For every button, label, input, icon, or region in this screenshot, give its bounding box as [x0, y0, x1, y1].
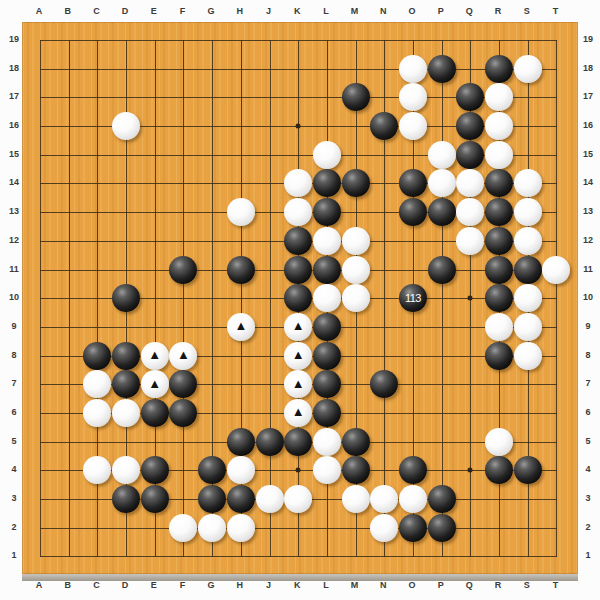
- col-label-bottom-M: M: [351, 580, 359, 590]
- row-label-left-1: 1: [11, 550, 16, 560]
- col-label-top-R: R: [495, 6, 502, 16]
- stone-black-L11[interactable]: [313, 256, 341, 284]
- stone-black-N16[interactable]: [370, 112, 398, 140]
- stone-white-S9[interactable]: [514, 313, 542, 341]
- col-label-top-T: T: [553, 6, 559, 16]
- triangle-mark: ▲: [177, 348, 190, 361]
- stone-black-K11[interactable]: [284, 256, 312, 284]
- row-label-right-10: 10: [583, 292, 593, 302]
- stone-white-D16[interactable]: [112, 112, 140, 140]
- stone-white-S13[interactable]: [514, 198, 542, 226]
- stone-white-L5[interactable]: [313, 428, 341, 456]
- row-label-left-10: 10: [9, 292, 19, 302]
- col-label-bottom-G: G: [208, 580, 215, 590]
- row-label-left-16: 16: [9, 120, 19, 130]
- star-point-K16: [296, 124, 301, 129]
- row-label-right-8: 8: [585, 350, 590, 360]
- col-label-bottom-S: S: [524, 580, 530, 590]
- stone-white-H4[interactable]: [227, 456, 255, 484]
- row-label-right-9: 9: [585, 321, 590, 331]
- stone-black-S4[interactable]: [514, 456, 542, 484]
- col-label-bottom-T: T: [553, 580, 559, 590]
- row-label-right-12: 12: [583, 235, 593, 245]
- stone-white-L4[interactable]: [313, 456, 341, 484]
- col-label-top-L: L: [323, 6, 329, 16]
- stone-black-Q17[interactable]: [456, 83, 484, 111]
- stone-black-D10[interactable]: [112, 284, 140, 312]
- col-label-bottom-O: O: [408, 580, 415, 590]
- stone-black-L6[interactable]: [313, 399, 341, 427]
- stone-white-K3[interactable]: [284, 485, 312, 513]
- col-label-top-H: H: [237, 6, 244, 16]
- stone-white-G2[interactable]: [198, 514, 226, 542]
- stone-white-R15[interactable]: [485, 141, 513, 169]
- triangle-mark: ▲: [292, 405, 305, 418]
- row-label-left-12: 12: [9, 235, 19, 245]
- col-label-top-F: F: [180, 6, 186, 16]
- stone-black-L14[interactable]: [313, 169, 341, 197]
- row-label-left-6: 6: [11, 407, 16, 417]
- stone-white-R17[interactable]: [485, 83, 513, 111]
- row-label-left-13: 13: [9, 206, 19, 216]
- row-label-left-2: 2: [11, 522, 16, 532]
- stone-black-M5[interactable]: [342, 428, 370, 456]
- col-label-bottom-P: P: [438, 580, 444, 590]
- grid-line-horizontal: [40, 528, 557, 529]
- stone-white-K14[interactable]: [284, 169, 312, 197]
- stone-black-C8[interactable]: [83, 342, 111, 370]
- col-label-bottom-K: K: [294, 580, 301, 590]
- stone-black-J5[interactable]: [256, 428, 284, 456]
- grid-line-vertical: [556, 40, 557, 557]
- stone-white-Q14[interactable]: [456, 169, 484, 197]
- stone-white-K8[interactable]: ▲: [284, 342, 312, 370]
- row-label-right-17: 17: [583, 91, 593, 101]
- col-label-bottom-D: D: [122, 580, 129, 590]
- go-game-screenshot: 113▲▲▲▲▲▲▲▲ AABBCCDDEEFFGGHHJJKKLLMMNNOO…: [0, 0, 600, 600]
- stone-white-H9[interactable]: ▲: [227, 313, 255, 341]
- stone-white-P15[interactable]: [428, 141, 456, 169]
- stone-black-P3[interactable]: [428, 485, 456, 513]
- row-label-left-9: 9: [11, 321, 16, 331]
- stone-white-R5[interactable]: [485, 428, 513, 456]
- stone-black-G3[interactable]: [198, 485, 226, 513]
- col-label-top-A: A: [36, 6, 43, 16]
- stone-black-O10[interactable]: 113: [399, 284, 427, 312]
- stone-white-F2[interactable]: [169, 514, 197, 542]
- stone-black-R10[interactable]: [485, 284, 513, 312]
- col-label-top-N: N: [380, 6, 387, 16]
- stone-white-J3[interactable]: [256, 485, 284, 513]
- stone-black-K5[interactable]: [284, 428, 312, 456]
- stone-white-O16[interactable]: [399, 112, 427, 140]
- stone-white-N3[interactable]: [370, 485, 398, 513]
- col-label-bottom-F: F: [180, 580, 186, 590]
- stone-white-P14[interactable]: [428, 169, 456, 197]
- stone-black-R11[interactable]: [485, 256, 513, 284]
- triangle-mark: ▲: [148, 377, 161, 390]
- stone-white-O18[interactable]: [399, 55, 427, 83]
- row-label-right-2: 2: [585, 522, 590, 532]
- stone-white-R16[interactable]: [485, 112, 513, 140]
- col-label-top-G: G: [208, 6, 215, 16]
- stone-black-L7[interactable]: [313, 370, 341, 398]
- row-label-right-7: 7: [585, 378, 590, 388]
- stone-black-H11[interactable]: [227, 256, 255, 284]
- triangle-mark: ▲: [292, 348, 305, 361]
- stone-white-D6[interactable]: [112, 399, 140, 427]
- stone-white-F8[interactable]: ▲: [169, 342, 197, 370]
- stone-black-M4[interactable]: [342, 456, 370, 484]
- stone-black-D7[interactable]: [112, 370, 140, 398]
- row-label-right-16: 16: [583, 120, 593, 130]
- row-label-left-11: 11: [9, 264, 19, 274]
- star-point-Q4: [468, 468, 473, 473]
- stone-white-M12[interactable]: [342, 227, 370, 255]
- stone-white-Q12[interactable]: [456, 227, 484, 255]
- row-label-left-3: 3: [11, 493, 16, 503]
- stone-white-C4[interactable]: [83, 456, 111, 484]
- star-point-K4: [296, 468, 301, 473]
- stone-black-R18[interactable]: [485, 55, 513, 83]
- stone-black-H5[interactable]: [227, 428, 255, 456]
- stone-white-K6[interactable]: ▲: [284, 399, 312, 427]
- stone-black-R8[interactable]: [485, 342, 513, 370]
- stone-black-P13[interactable]: [428, 198, 456, 226]
- row-label-right-4: 4: [585, 464, 590, 474]
- stone-white-S8[interactable]: [514, 342, 542, 370]
- stone-white-K7[interactable]: ▲: [284, 370, 312, 398]
- col-label-top-O: O: [408, 6, 415, 16]
- stone-black-Q15[interactable]: [456, 141, 484, 169]
- stone-white-M11[interactable]: [342, 256, 370, 284]
- col-label-bottom-C: C: [93, 580, 100, 590]
- stone-black-O4[interactable]: [399, 456, 427, 484]
- triangle-mark: ▲: [292, 319, 305, 332]
- stone-white-Q13[interactable]: [456, 198, 484, 226]
- stone-white-K9[interactable]: ▲: [284, 313, 312, 341]
- stone-black-F6[interactable]: [169, 399, 197, 427]
- row-label-left-4: 4: [11, 464, 16, 474]
- stone-black-H3[interactable]: [227, 485, 255, 513]
- stone-white-L15[interactable]: [313, 141, 341, 169]
- star-point-Q10: [468, 296, 473, 301]
- stone-white-T11[interactable]: [542, 256, 570, 284]
- col-label-top-C: C: [93, 6, 100, 16]
- row-label-right-5: 5: [585, 436, 590, 446]
- stone-black-P11[interactable]: [428, 256, 456, 284]
- col-label-top-K: K: [294, 6, 301, 16]
- row-label-right-3: 3: [585, 493, 590, 503]
- stone-white-S12[interactable]: [514, 227, 542, 255]
- grid-line-vertical: [442, 40, 443, 557]
- row-label-right-15: 15: [583, 149, 593, 159]
- row-label-right-11: 11: [583, 264, 593, 274]
- stone-black-L13[interactable]: [313, 198, 341, 226]
- stone-white-S18[interactable]: [514, 55, 542, 83]
- col-label-bottom-A: A: [36, 580, 43, 590]
- stone-black-K12[interactable]: [284, 227, 312, 255]
- stone-black-F11[interactable]: [169, 256, 197, 284]
- stone-white-E8[interactable]: ▲: [141, 342, 169, 370]
- col-label-bottom-J: J: [266, 580, 271, 590]
- move-number-label: 113: [405, 293, 421, 304]
- row-label-left-5: 5: [11, 436, 16, 446]
- stone-white-D4[interactable]: [112, 456, 140, 484]
- stone-black-N7[interactable]: [370, 370, 398, 398]
- stone-white-E7[interactable]: ▲: [141, 370, 169, 398]
- col-label-top-D: D: [122, 6, 129, 16]
- row-label-left-15: 15: [9, 149, 19, 159]
- stone-black-K10[interactable]: [284, 284, 312, 312]
- row-label-right-13: 13: [583, 206, 593, 216]
- col-label-top-S: S: [524, 6, 530, 16]
- stone-white-M10[interactable]: [342, 284, 370, 312]
- stone-white-S10[interactable]: [514, 284, 542, 312]
- stone-black-P18[interactable]: [428, 55, 456, 83]
- stone-black-M17[interactable]: [342, 83, 370, 111]
- col-label-bottom-Q: Q: [466, 580, 473, 590]
- stone-white-K13[interactable]: [284, 198, 312, 226]
- col-label-top-P: P: [438, 6, 444, 16]
- stone-white-C7[interactable]: [83, 370, 111, 398]
- stone-white-H2[interactable]: [227, 514, 255, 542]
- row-label-left-19: 19: [9, 34, 19, 44]
- stone-black-R14[interactable]: [485, 169, 513, 197]
- go-board[interactable]: 113▲▲▲▲▲▲▲▲: [22, 22, 578, 574]
- stone-black-S11[interactable]: [514, 256, 542, 284]
- stone-black-M14[interactable]: [342, 169, 370, 197]
- stone-black-R12[interactable]: [485, 227, 513, 255]
- col-label-top-B: B: [64, 6, 71, 16]
- stone-black-F7[interactable]: [169, 370, 197, 398]
- col-label-bottom-N: N: [380, 580, 387, 590]
- stone-white-S14[interactable]: [514, 169, 542, 197]
- stone-white-L10[interactable]: [313, 284, 341, 312]
- col-label-bottom-R: R: [495, 580, 502, 590]
- col-label-bottom-E: E: [151, 580, 157, 590]
- stone-white-M3[interactable]: [342, 485, 370, 513]
- stone-black-E4[interactable]: [141, 456, 169, 484]
- row-label-left-18: 18: [9, 63, 19, 73]
- stone-black-L8[interactable]: [313, 342, 341, 370]
- stone-black-R4[interactable]: [485, 456, 513, 484]
- stone-white-C6[interactable]: [83, 399, 111, 427]
- grid-line-horizontal: [40, 556, 557, 557]
- stone-black-O14[interactable]: [399, 169, 427, 197]
- row-label-left-14: 14: [9, 177, 19, 187]
- row-label-right-1: 1: [585, 550, 590, 560]
- stone-white-O3[interactable]: [399, 485, 427, 513]
- stone-white-N2[interactable]: [370, 514, 398, 542]
- stone-black-O2[interactable]: [399, 514, 427, 542]
- row-label-right-19: 19: [583, 34, 593, 44]
- col-label-bottom-L: L: [323, 580, 329, 590]
- stone-black-D8[interactable]: [112, 342, 140, 370]
- stone-white-O17[interactable]: [399, 83, 427, 111]
- stone-black-G4[interactable]: [198, 456, 226, 484]
- triangle-mark: ▲: [234, 319, 247, 332]
- stone-white-R9[interactable]: [485, 313, 513, 341]
- stone-white-H13[interactable]: [227, 198, 255, 226]
- col-label-top-E: E: [151, 6, 157, 16]
- col-label-top-J: J: [266, 6, 271, 16]
- col-label-top-Q: Q: [466, 6, 473, 16]
- col-label-bottom-B: B: [64, 580, 71, 590]
- col-label-top-M: M: [351, 6, 359, 16]
- stone-black-O13[interactable]: [399, 198, 427, 226]
- stone-black-E6[interactable]: [141, 399, 169, 427]
- stone-black-L9[interactable]: [313, 313, 341, 341]
- triangle-mark: ▲: [292, 377, 305, 390]
- stone-white-L12[interactable]: [313, 227, 341, 255]
- row-label-left-17: 17: [9, 91, 19, 101]
- row-label-left-8: 8: [11, 350, 16, 360]
- col-label-bottom-H: H: [237, 580, 244, 590]
- row-label-left-7: 7: [11, 378, 16, 388]
- stone-black-R13[interactable]: [485, 198, 513, 226]
- row-label-right-14: 14: [583, 177, 593, 187]
- stone-black-P2[interactable]: [428, 514, 456, 542]
- triangle-mark: ▲: [148, 348, 161, 361]
- stone-black-E3[interactable]: [141, 485, 169, 513]
- stone-black-Q16[interactable]: [456, 112, 484, 140]
- row-label-right-6: 6: [585, 407, 590, 417]
- row-label-right-18: 18: [583, 63, 593, 73]
- stone-black-D3[interactable]: [112, 485, 140, 513]
